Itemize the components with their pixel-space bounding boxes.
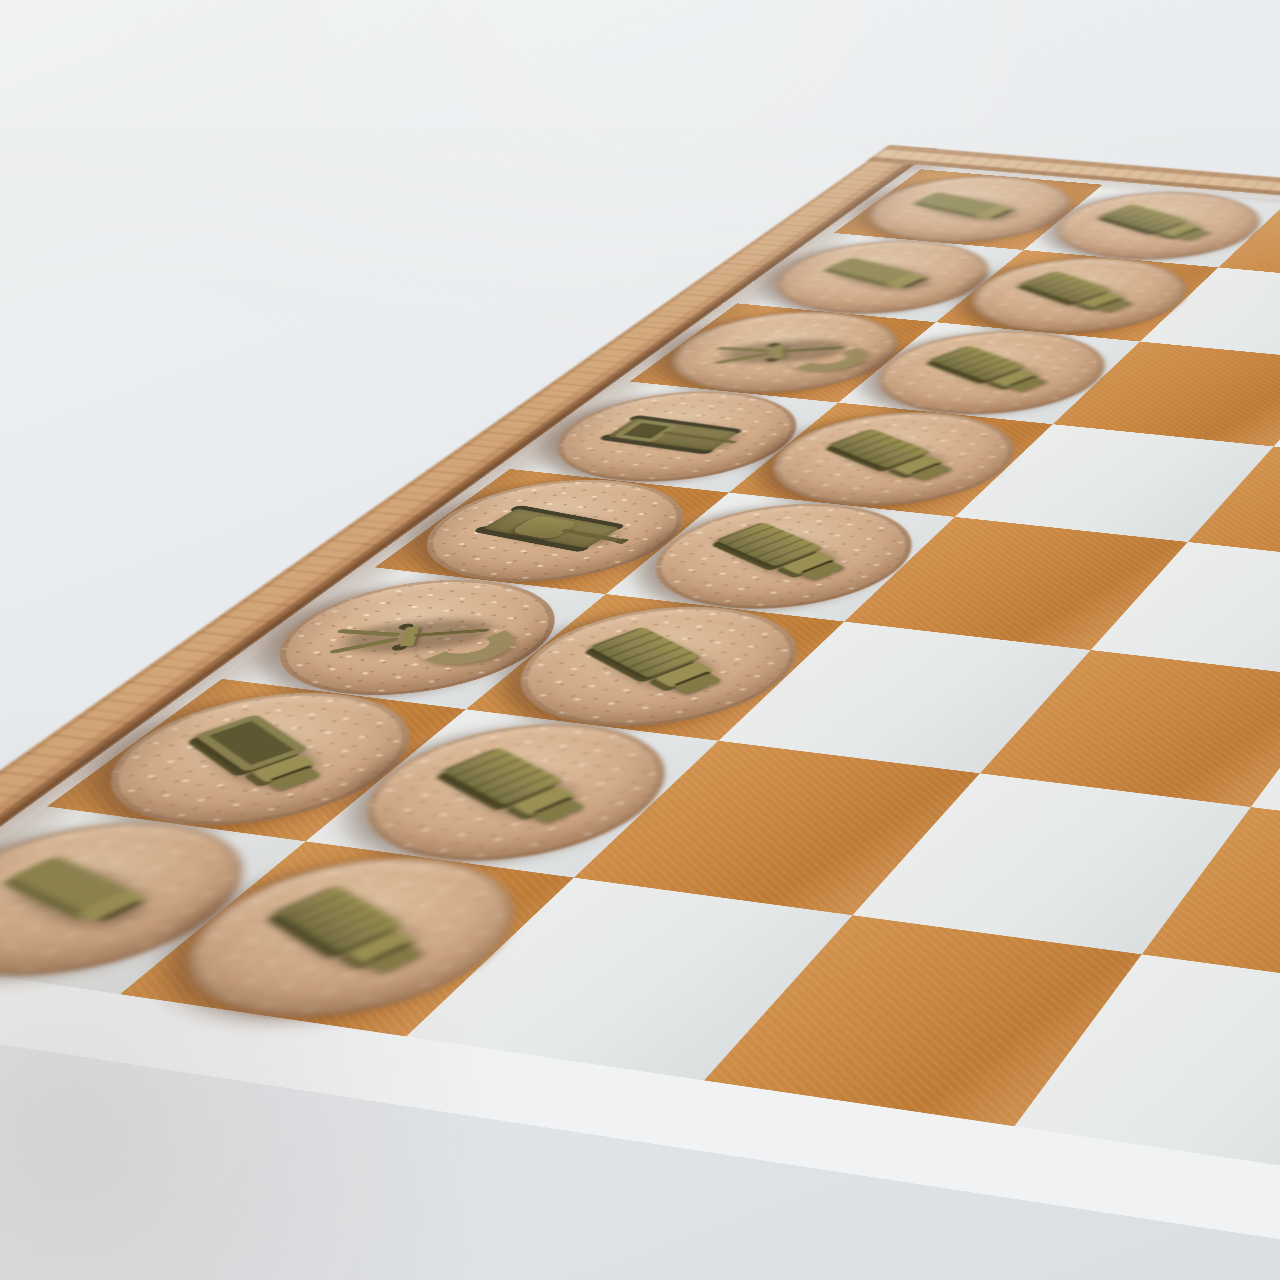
- miniatures-chessboard-photo: [0, 0, 1280, 1280]
- board: [0, 145, 1280, 1280]
